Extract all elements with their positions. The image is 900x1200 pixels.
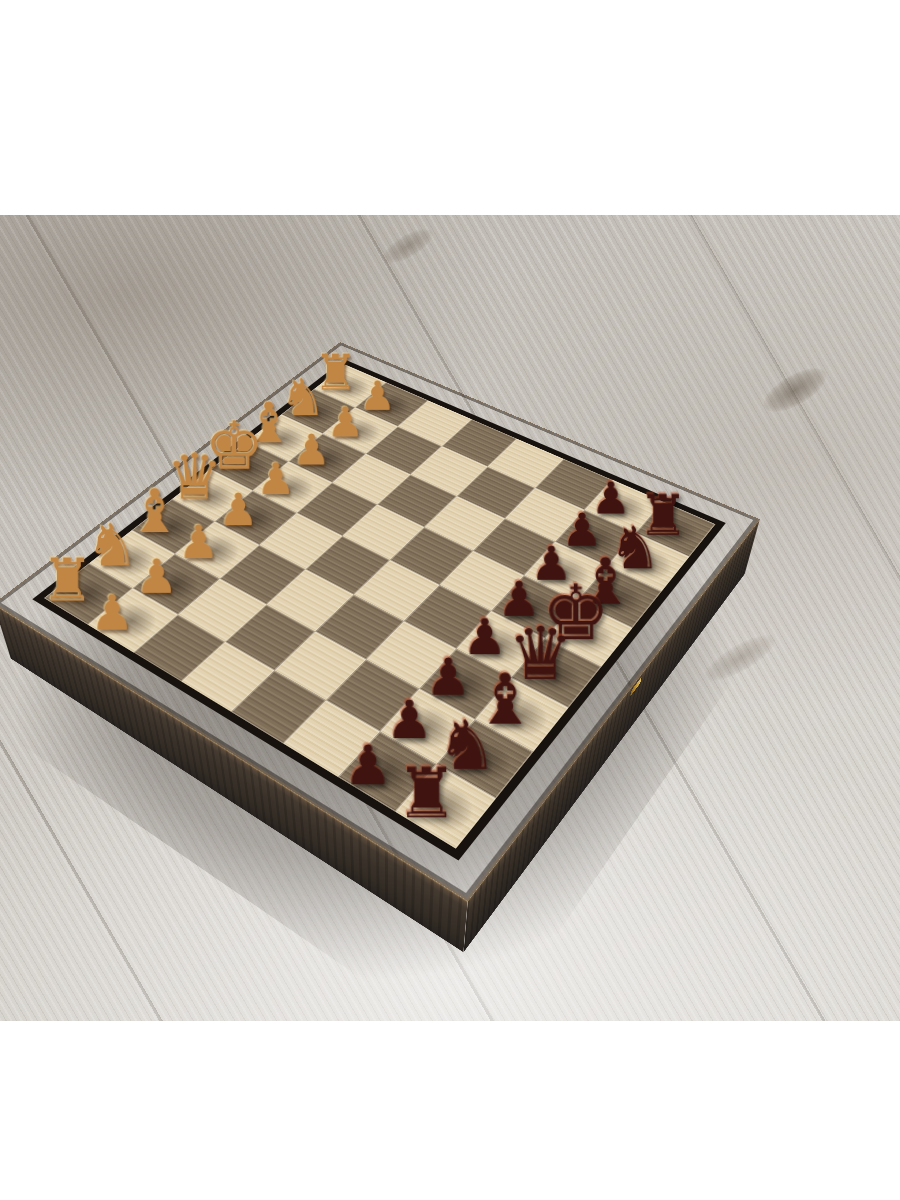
piece-white-pawn-a2: ♟ (80, 588, 144, 637)
floor-knot (378, 222, 437, 269)
piece-black-rook-a8: ♜ (390, 759, 463, 829)
chess-box: ♜♟♟♜♞♟♟♞♝♟♟♝♚♟♟♚♛♟♟♛♝♟♟♝♞♟♟♞♜♟♟♜ (0, 342, 760, 901)
square-b3 (178, 579, 267, 642)
board-surface: ♜♟♟♜♞♟♟♞♝♟♟♝♚♟♟♚♛♟♟♛♝♟♟♝♞♟♟♞♜♟♟♜ (0, 342, 760, 901)
floor: ♜♟♟♜♞♟♟♞♝♟♟♝♚♟♟♚♛♟♟♛♝♟♟♝♞♟♟♞♜♟♟♜ (0, 215, 900, 1021)
floor-knot (757, 360, 833, 421)
